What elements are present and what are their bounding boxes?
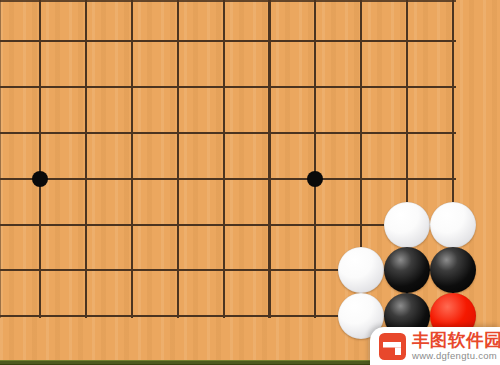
black-stone[interactable] — [430, 247, 476, 293]
star-point — [32, 171, 48, 187]
go-app-screenshot: 丰图软件园 www.dgfengtu.com — [0, 0, 500, 365]
watermark-site-url: www.dgfengtu.com — [412, 350, 500, 361]
white-stone[interactable] — [430, 202, 476, 248]
star-point — [307, 171, 323, 187]
cropped-top-grid-line — [0, 0, 456, 2]
watermark-text: 丰图软件园 www.dgfengtu.com — [412, 331, 500, 361]
white-stone[interactable] — [338, 247, 384, 293]
watermark-site-name: 丰图软件园 — [412, 331, 500, 350]
black-stone[interactable] — [384, 247, 430, 293]
cropped-left-grid-line — [0, 0, 1, 318]
white-stone[interactable] — [384, 202, 430, 248]
stone-layer[interactable] — [17, 18, 476, 339]
watermark-banner: 丰图软件园 www.dgfengtu.com — [370, 327, 500, 365]
fengtu-logo-icon — [379, 333, 406, 360]
